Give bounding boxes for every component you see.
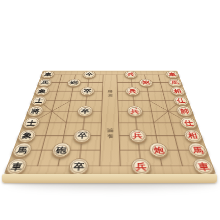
piece-black-soldier[interactable]: 卒 [82,71,96,78]
piece-red-elephant[interactable]: 相 [169,87,186,96]
piece-black-elephant[interactable]: 象 [33,87,50,96]
piece-black-chariot[interactable]: 車 [40,71,55,78]
xiangqi-board: 楚河 漢界 車馬象士將士象馬車砲砲卒卒卒卒卒兵兵兵兵兵炮炮車馬相仕帥仕相馬車 [4,71,216,174]
piece-glyph: 兵 [130,108,139,114]
piece-black-chariot[interactable]: 車 [4,158,29,175]
product-photo-stage: 楚河 漢界 車馬象士將士象馬車砲砲卒卒卒卒卒兵兵兵兵兵炮炮車馬相仕帥仕相馬車 [0,0,220,220]
piece-glyph: 車 [168,73,176,77]
piece-red-horse[interactable]: 馬 [167,79,183,87]
piece-glyph: 砲 [70,80,78,84]
piece-glyph: 馬 [16,146,29,154]
piece-glyph: 象 [21,132,33,139]
piece-black-soldier[interactable]: 卒 [68,158,89,175]
piece-glyph: 相 [173,89,182,94]
piece-glyph: 仕 [183,120,194,126]
board-front-edge [2,174,217,183]
piece-red-cannon[interactable]: 炮 [139,79,154,87]
piece-glyph: 砲 [55,146,67,154]
piece-red-general[interactable]: 帥 [175,106,194,117]
piece-glyph: 炮 [153,146,165,154]
piece-glyph: 馬 [41,80,50,84]
piece-black-soldier[interactable]: 卒 [73,129,92,142]
piece-red-soldier[interactable]: 兵 [124,71,138,78]
piece-glyph: 卒 [83,89,91,94]
piece-glyph: 士 [34,98,44,103]
piece-red-chariot[interactable]: 車 [191,158,216,175]
piece-glyph: 卒 [73,162,85,171]
scene: 楚河 漢界 車馬象士將士象馬車砲砲卒卒卒卒卒兵兵兵兵兵炮炮車馬相仕帥仕相馬車 [0,0,220,220]
piece-black-soldier[interactable]: 卒 [77,106,94,117]
piece-glyph: 兵 [127,73,135,77]
piece-black-cannon[interactable]: 砲 [66,79,81,87]
piece-glyph: 車 [44,73,52,77]
piece-red-cannon[interactable]: 炮 [149,143,170,158]
piece-glyph: 仕 [176,98,186,103]
pieces-layer: 車馬象士將士象馬車砲砲卒卒卒卒卒兵兵兵兵兵炮炮車馬相仕帥仕相馬車 [3,71,217,175]
piece-black-advisor[interactable]: 士 [21,117,41,129]
piece-red-elephant[interactable]: 相 [182,129,204,142]
piece-black-general[interactable]: 將 [26,106,45,117]
piece-black-elephant[interactable]: 象 [16,129,38,142]
piece-glyph: 兵 [129,89,137,94]
piece-glyph: 馬 [192,146,205,154]
piece-glyph: 將 [30,108,40,114]
piece-black-advisor[interactable]: 士 [30,96,48,106]
piece-glyph: 相 [187,132,199,139]
piece-red-horse[interactable]: 馬 [187,143,210,158]
piece-red-soldier[interactable]: 兵 [125,87,140,96]
board-surface: 楚河 漢界 車馬象士將士象馬車砲砲卒卒卒卒卒兵兵兵兵兵炮炮車馬相仕帥仕相馬車 [4,71,216,174]
piece-glyph: 馬 [170,80,179,84]
piece-glyph: 卒 [80,108,89,114]
piece-glyph: 卒 [77,132,87,139]
piece-red-advisor[interactable]: 仕 [172,96,190,106]
piece-black-horse[interactable]: 馬 [10,143,33,158]
piece-glyph: 象 [37,89,46,94]
piece-black-cannon[interactable]: 砲 [50,143,71,158]
piece-black-soldier[interactable]: 卒 [80,87,95,96]
piece-red-chariot[interactable]: 車 [165,71,180,78]
piece-glyph: 炮 [142,80,150,84]
piece-red-soldier[interactable]: 兵 [127,106,144,117]
piece-glyph: 車 [197,162,211,171]
piece-glyph: 卒 [85,73,93,77]
piece-glyph: 兵 [135,162,147,171]
piece-red-soldier[interactable]: 兵 [131,158,152,175]
piece-black-horse[interactable]: 馬 [37,79,53,87]
piece-red-soldier[interactable]: 兵 [129,129,148,142]
piece-glyph: 帥 [179,108,189,114]
piece-glyph: 士 [26,120,37,126]
piece-glyph: 兵 [133,132,143,139]
piece-glyph: 車 [10,162,24,171]
piece-red-advisor[interactable]: 仕 [179,117,199,129]
